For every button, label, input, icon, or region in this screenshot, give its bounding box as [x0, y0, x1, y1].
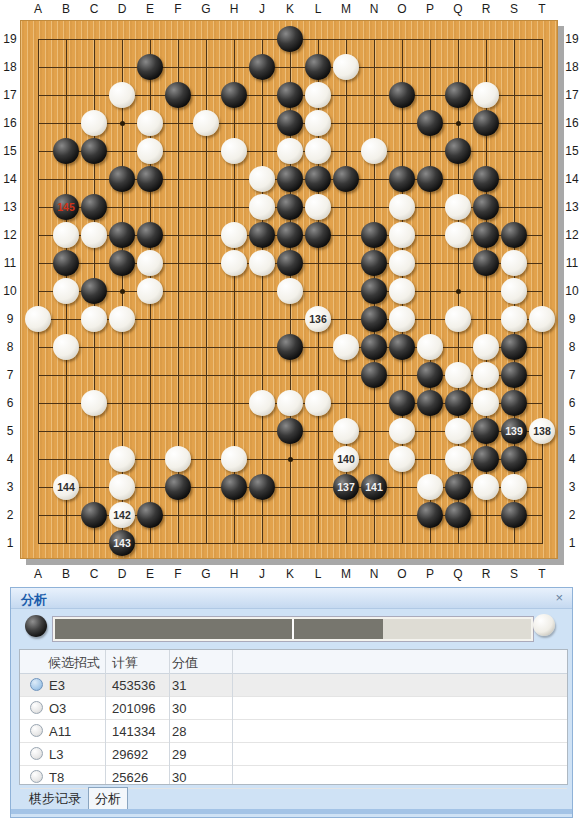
intersection-H14[interactable] — [220, 165, 248, 193]
intersection-M1[interactable] — [332, 529, 360, 557]
intersection-K17[interactable] — [276, 81, 304, 109]
intersection-E9[interactable] — [136, 305, 164, 333]
intersection-K8[interactable] — [276, 333, 304, 361]
intersection-F16[interactable] — [164, 109, 192, 137]
intersection-K15[interactable] — [276, 137, 304, 165]
intersection-G10[interactable] — [192, 277, 220, 305]
intersection-F10[interactable] — [164, 277, 192, 305]
intersection-P1[interactable] — [416, 529, 444, 557]
intersection-Q19[interactable] — [444, 25, 472, 53]
intersection-L16[interactable] — [304, 109, 332, 137]
intersection-J17[interactable] — [248, 81, 276, 109]
intersection-M11[interactable] — [332, 249, 360, 277]
intersection-H3[interactable] — [220, 473, 248, 501]
intersection-R19[interactable] — [472, 25, 500, 53]
intersection-Q12[interactable] — [444, 221, 472, 249]
intersection-E19[interactable] — [136, 25, 164, 53]
intersection-E6[interactable] — [136, 389, 164, 417]
intersection-B13[interactable]: 145 — [52, 193, 80, 221]
intersection-J15[interactable] — [248, 137, 276, 165]
intersection-E1[interactable] — [136, 529, 164, 557]
intersection-J16[interactable] — [248, 109, 276, 137]
intersection-F19[interactable] — [164, 25, 192, 53]
intersection-J11[interactable] — [248, 249, 276, 277]
intersection-M13[interactable] — [332, 193, 360, 221]
intersection-R3[interactable] — [472, 473, 500, 501]
intersection-E7[interactable] — [136, 361, 164, 389]
intersection-T5[interactable]: 138 — [528, 417, 556, 445]
intersection-N17[interactable] — [360, 81, 388, 109]
intersection-Q16[interactable] — [444, 109, 472, 137]
intersection-C3[interactable] — [80, 473, 108, 501]
intersection-A11[interactable] — [24, 249, 52, 277]
intersection-F2[interactable] — [164, 501, 192, 529]
intersection-F6[interactable] — [164, 389, 192, 417]
intersection-G4[interactable] — [192, 445, 220, 473]
intersection-L9[interactable]: 136 — [304, 305, 332, 333]
intersection-F3[interactable] — [164, 473, 192, 501]
intersection-L5[interactable] — [304, 417, 332, 445]
intersection-C15[interactable] — [80, 137, 108, 165]
intersection-Q15[interactable] — [444, 137, 472, 165]
intersection-S4[interactable] — [500, 445, 528, 473]
intersection-F18[interactable] — [164, 53, 192, 81]
intersection-J19[interactable] — [248, 25, 276, 53]
intersection-R5[interactable] — [472, 417, 500, 445]
intersection-G17[interactable] — [192, 81, 220, 109]
intersection-B18[interactable] — [52, 53, 80, 81]
intersection-J18[interactable] — [248, 53, 276, 81]
intersection-S15[interactable] — [500, 137, 528, 165]
intersection-P15[interactable] — [416, 137, 444, 165]
intersection-N4[interactable] — [360, 445, 388, 473]
intersection-C16[interactable] — [80, 109, 108, 137]
intersection-K7[interactable] — [276, 361, 304, 389]
intersection-O10[interactable] — [388, 277, 416, 305]
intersection-Q8[interactable] — [444, 333, 472, 361]
intersection-E16[interactable] — [136, 109, 164, 137]
intersection-A13[interactable] — [24, 193, 52, 221]
intersection-M8[interactable] — [332, 333, 360, 361]
intersection-B14[interactable] — [52, 165, 80, 193]
intersection-J2[interactable] — [248, 501, 276, 529]
intersection-L19[interactable] — [304, 25, 332, 53]
intersection-Q18[interactable] — [444, 53, 472, 81]
intersection-H5[interactable] — [220, 417, 248, 445]
intersection-N9[interactable] — [360, 305, 388, 333]
intersection-O7[interactable] — [388, 361, 416, 389]
intersection-L15[interactable] — [304, 137, 332, 165]
intersection-L13[interactable] — [304, 193, 332, 221]
intersection-K6[interactable] — [276, 389, 304, 417]
intersection-N10[interactable] — [360, 277, 388, 305]
intersection-O15[interactable] — [388, 137, 416, 165]
intersection-L4[interactable] — [304, 445, 332, 473]
intersection-D11[interactable] — [108, 249, 136, 277]
intersection-E4[interactable] — [136, 445, 164, 473]
intersection-K16[interactable] — [276, 109, 304, 137]
intersection-D3[interactable] — [108, 473, 136, 501]
intersection-C17[interactable] — [80, 81, 108, 109]
intersection-H7[interactable] — [220, 361, 248, 389]
intersection-C14[interactable] — [80, 165, 108, 193]
intersection-G12[interactable] — [192, 221, 220, 249]
intersection-N15[interactable] — [360, 137, 388, 165]
intersection-G1[interactable] — [192, 529, 220, 557]
tab-move-record[interactable]: 棋步记录 — [29, 790, 81, 808]
intersection-P18[interactable] — [416, 53, 444, 81]
intersection-D16[interactable] — [108, 109, 136, 137]
intersection-K19[interactable] — [276, 25, 304, 53]
intersection-F15[interactable] — [164, 137, 192, 165]
intersection-M15[interactable] — [332, 137, 360, 165]
intersection-S9[interactable] — [500, 305, 528, 333]
intersection-H19[interactable] — [220, 25, 248, 53]
intersection-D8[interactable] — [108, 333, 136, 361]
intersection-P9[interactable] — [416, 305, 444, 333]
intersection-P11[interactable] — [416, 249, 444, 277]
intersection-T8[interactable] — [528, 333, 556, 361]
intersection-T1[interactable] — [528, 529, 556, 557]
intersection-M10[interactable] — [332, 277, 360, 305]
intersection-T14[interactable] — [528, 165, 556, 193]
intersection-T3[interactable] — [528, 473, 556, 501]
intersection-F13[interactable] — [164, 193, 192, 221]
intersection-T6[interactable] — [528, 389, 556, 417]
intersection-T16[interactable] — [528, 109, 556, 137]
intersection-C10[interactable] — [80, 277, 108, 305]
intersection-C4[interactable] — [80, 445, 108, 473]
intersection-L17[interactable] — [304, 81, 332, 109]
intersection-B11[interactable] — [52, 249, 80, 277]
intersection-E14[interactable] — [136, 165, 164, 193]
candidate-row-E3[interactable]: E345353631 — [20, 674, 567, 697]
intersection-Q4[interactable] — [444, 445, 472, 473]
intersection-E11[interactable] — [136, 249, 164, 277]
intersection-F17[interactable] — [164, 81, 192, 109]
intersection-P7[interactable] — [416, 361, 444, 389]
intersection-M2[interactable] — [332, 501, 360, 529]
intersection-B6[interactable] — [52, 389, 80, 417]
intersection-R13[interactable] — [472, 193, 500, 221]
intersection-L1[interactable] — [304, 529, 332, 557]
intersection-M7[interactable] — [332, 361, 360, 389]
intersection-N1[interactable] — [360, 529, 388, 557]
intersection-O6[interactable] — [388, 389, 416, 417]
intersection-S17[interactable] — [500, 81, 528, 109]
intersection-O11[interactable] — [388, 249, 416, 277]
intersection-B15[interactable] — [52, 137, 80, 165]
intersection-F5[interactable] — [164, 417, 192, 445]
candidate-row-O3[interactable]: O320109630 — [20, 697, 567, 720]
intersection-K4[interactable] — [276, 445, 304, 473]
intersection-D1[interactable]: 143 — [108, 529, 136, 557]
intersection-B17[interactable] — [52, 81, 80, 109]
intersection-L11[interactable] — [304, 249, 332, 277]
intersection-G7[interactable] — [192, 361, 220, 389]
intersection-K9[interactable] — [276, 305, 304, 333]
intersection-R18[interactable] — [472, 53, 500, 81]
intersection-L10[interactable] — [304, 277, 332, 305]
intersection-Q7[interactable] — [444, 361, 472, 389]
intersection-O5[interactable] — [388, 417, 416, 445]
intersection-F9[interactable] — [164, 305, 192, 333]
intersection-E18[interactable] — [136, 53, 164, 81]
intersection-A14[interactable] — [24, 165, 52, 193]
intersection-L2[interactable] — [304, 501, 332, 529]
intersection-Q9[interactable] — [444, 305, 472, 333]
intersection-T12[interactable] — [528, 221, 556, 249]
intersection-R1[interactable] — [472, 529, 500, 557]
intersection-N2[interactable] — [360, 501, 388, 529]
intersection-D5[interactable] — [108, 417, 136, 445]
intersection-P3[interactable] — [416, 473, 444, 501]
intersection-S10[interactable] — [500, 277, 528, 305]
intersection-A18[interactable] — [24, 53, 52, 81]
intersection-Q5[interactable] — [444, 417, 472, 445]
intersection-Q6[interactable] — [444, 389, 472, 417]
intersection-H1[interactable] — [220, 529, 248, 557]
intersection-N18[interactable] — [360, 53, 388, 81]
intersection-P16[interactable] — [416, 109, 444, 137]
intersection-A15[interactable] — [24, 137, 52, 165]
intersection-A12[interactable] — [24, 221, 52, 249]
intersection-R8[interactable] — [472, 333, 500, 361]
intersection-R17[interactable] — [472, 81, 500, 109]
candidate-row-T8[interactable]: T82562630 — [20, 766, 567, 789]
candidate-row-L3[interactable]: L32969229 — [20, 743, 567, 766]
intersection-G18[interactable] — [192, 53, 220, 81]
intersection-K2[interactable] — [276, 501, 304, 529]
intersection-J10[interactable] — [248, 277, 276, 305]
intersection-K14[interactable] — [276, 165, 304, 193]
intersection-T15[interactable] — [528, 137, 556, 165]
intersection-B19[interactable] — [52, 25, 80, 53]
intersection-J12[interactable] — [248, 221, 276, 249]
intersection-Q10[interactable] — [444, 277, 472, 305]
intersection-P6[interactable] — [416, 389, 444, 417]
intersection-M6[interactable] — [332, 389, 360, 417]
intersection-D12[interactable] — [108, 221, 136, 249]
intersection-C12[interactable] — [80, 221, 108, 249]
intersection-S1[interactable] — [500, 529, 528, 557]
intersection-O17[interactable] — [388, 81, 416, 109]
intersection-J4[interactable] — [248, 445, 276, 473]
intersection-M18[interactable] — [332, 53, 360, 81]
intersection-D2[interactable]: 142 — [108, 501, 136, 529]
intersection-G19[interactable] — [192, 25, 220, 53]
intersection-E13[interactable] — [136, 193, 164, 221]
intersection-M9[interactable] — [332, 305, 360, 333]
intersection-P8[interactable] — [416, 333, 444, 361]
intersection-O19[interactable] — [388, 25, 416, 53]
intersection-S3[interactable] — [500, 473, 528, 501]
intersection-H18[interactable] — [220, 53, 248, 81]
intersection-A1[interactable] — [24, 529, 52, 557]
intersection-J8[interactable] — [248, 333, 276, 361]
intersection-O14[interactable] — [388, 165, 416, 193]
intersection-R15[interactable] — [472, 137, 500, 165]
intersection-S16[interactable] — [500, 109, 528, 137]
intersection-O12[interactable] — [388, 221, 416, 249]
intersection-S2[interactable] — [500, 501, 528, 529]
intersection-N14[interactable] — [360, 165, 388, 193]
intersection-E8[interactable] — [136, 333, 164, 361]
intersection-B12[interactable] — [52, 221, 80, 249]
intersection-P5[interactable] — [416, 417, 444, 445]
intersection-H11[interactable] — [220, 249, 248, 277]
intersection-D10[interactable] — [108, 277, 136, 305]
intersection-N11[interactable] — [360, 249, 388, 277]
intersection-R12[interactable] — [472, 221, 500, 249]
intersection-A5[interactable] — [24, 417, 52, 445]
intersection-C1[interactable] — [80, 529, 108, 557]
intersection-P13[interactable] — [416, 193, 444, 221]
intersection-B5[interactable] — [52, 417, 80, 445]
intersection-G2[interactable] — [192, 501, 220, 529]
intersection-T9[interactable] — [528, 305, 556, 333]
intersection-T7[interactable] — [528, 361, 556, 389]
intersection-P19[interactable] — [416, 25, 444, 53]
intersection-G3[interactable] — [192, 473, 220, 501]
intersection-T17[interactable] — [528, 81, 556, 109]
intersection-R11[interactable] — [472, 249, 500, 277]
intersection-S12[interactable] — [500, 221, 528, 249]
intersection-Q3[interactable] — [444, 473, 472, 501]
intersection-H4[interactable] — [220, 445, 248, 473]
intersection-H16[interactable] — [220, 109, 248, 137]
intersection-H6[interactable] — [220, 389, 248, 417]
intersection-G15[interactable] — [192, 137, 220, 165]
intersection-T10[interactable] — [528, 277, 556, 305]
intersection-L18[interactable] — [304, 53, 332, 81]
intersection-S5[interactable]: 139 — [500, 417, 528, 445]
intersection-Q11[interactable] — [444, 249, 472, 277]
intersection-C5[interactable] — [80, 417, 108, 445]
intersection-T19[interactable] — [528, 25, 556, 53]
intersection-A7[interactable] — [24, 361, 52, 389]
intersection-T11[interactable] — [528, 249, 556, 277]
intersection-H13[interactable] — [220, 193, 248, 221]
intersection-J1[interactable] — [248, 529, 276, 557]
intersection-F11[interactable] — [164, 249, 192, 277]
intersection-F1[interactable] — [164, 529, 192, 557]
intersection-J5[interactable] — [248, 417, 276, 445]
intersection-D13[interactable] — [108, 193, 136, 221]
intersection-K11[interactable] — [276, 249, 304, 277]
intersection-R9[interactable] — [472, 305, 500, 333]
intersection-R7[interactable] — [472, 361, 500, 389]
intersection-S11[interactable] — [500, 249, 528, 277]
intersection-B16[interactable] — [52, 109, 80, 137]
intersection-E5[interactable] — [136, 417, 164, 445]
intersection-T18[interactable] — [528, 53, 556, 81]
intersection-H2[interactable] — [220, 501, 248, 529]
intersection-Q2[interactable] — [444, 501, 472, 529]
intersection-P17[interactable] — [416, 81, 444, 109]
intersection-R2[interactable] — [472, 501, 500, 529]
intersection-G16[interactable] — [192, 109, 220, 137]
intersection-R6[interactable] — [472, 389, 500, 417]
intersection-N16[interactable] — [360, 109, 388, 137]
intersection-O2[interactable] — [388, 501, 416, 529]
intersection-S8[interactable] — [500, 333, 528, 361]
intersection-T13[interactable] — [528, 193, 556, 221]
intersection-E15[interactable] — [136, 137, 164, 165]
intersection-C6[interactable] — [80, 389, 108, 417]
intersection-K10[interactable] — [276, 277, 304, 305]
intersection-J13[interactable] — [248, 193, 276, 221]
intersection-A16[interactable] — [24, 109, 52, 137]
intersection-B10[interactable] — [52, 277, 80, 305]
intersection-O3[interactable] — [388, 473, 416, 501]
intersection-K12[interactable] — [276, 221, 304, 249]
intersection-C19[interactable] — [80, 25, 108, 53]
intersection-E2[interactable] — [136, 501, 164, 529]
intersection-D7[interactable] — [108, 361, 136, 389]
intersection-J7[interactable] — [248, 361, 276, 389]
intersection-O18[interactable] — [388, 53, 416, 81]
intersection-F4[interactable] — [164, 445, 192, 473]
intersection-C18[interactable] — [80, 53, 108, 81]
intersection-F14[interactable] — [164, 165, 192, 193]
intersection-C8[interactable] — [80, 333, 108, 361]
intersection-B4[interactable] — [52, 445, 80, 473]
intersection-J9[interactable] — [248, 305, 276, 333]
intersection-F7[interactable] — [164, 361, 192, 389]
intersection-G11[interactable] — [192, 249, 220, 277]
intersection-P2[interactable] — [416, 501, 444, 529]
intersection-L6[interactable] — [304, 389, 332, 417]
intersection-D19[interactable] — [108, 25, 136, 53]
intersection-S14[interactable] — [500, 165, 528, 193]
intersection-O1[interactable] — [388, 529, 416, 557]
intersection-R16[interactable] — [472, 109, 500, 137]
intersection-J6[interactable] — [248, 389, 276, 417]
intersection-T4[interactable] — [528, 445, 556, 473]
intersection-Q13[interactable] — [444, 193, 472, 221]
intersection-G9[interactable] — [192, 305, 220, 333]
intersection-N6[interactable] — [360, 389, 388, 417]
intersection-L12[interactable] — [304, 221, 332, 249]
intersection-D17[interactable] — [108, 81, 136, 109]
intersection-E12[interactable] — [136, 221, 164, 249]
intersection-D6[interactable] — [108, 389, 136, 417]
intersection-M17[interactable] — [332, 81, 360, 109]
intersection-L3[interactable] — [304, 473, 332, 501]
intersection-E10[interactable] — [136, 277, 164, 305]
intersection-A2[interactable] — [24, 501, 52, 529]
intersection-A8[interactable] — [24, 333, 52, 361]
intersection-B9[interactable] — [52, 305, 80, 333]
close-icon[interactable]: × — [555, 590, 563, 605]
intersection-N8[interactable] — [360, 333, 388, 361]
intersection-H10[interactable] — [220, 277, 248, 305]
intersection-O8[interactable] — [388, 333, 416, 361]
intersection-B1[interactable] — [52, 529, 80, 557]
intersection-Q17[interactable] — [444, 81, 472, 109]
intersection-S19[interactable] — [500, 25, 528, 53]
intersection-N19[interactable] — [360, 25, 388, 53]
intersection-G14[interactable] — [192, 165, 220, 193]
intersection-H17[interactable] — [220, 81, 248, 109]
intersection-H9[interactable] — [220, 305, 248, 333]
intersection-N12[interactable] — [360, 221, 388, 249]
intersection-N13[interactable] — [360, 193, 388, 221]
intersection-G6[interactable] — [192, 389, 220, 417]
intersection-O9[interactable] — [388, 305, 416, 333]
intersection-A9[interactable] — [24, 305, 52, 333]
